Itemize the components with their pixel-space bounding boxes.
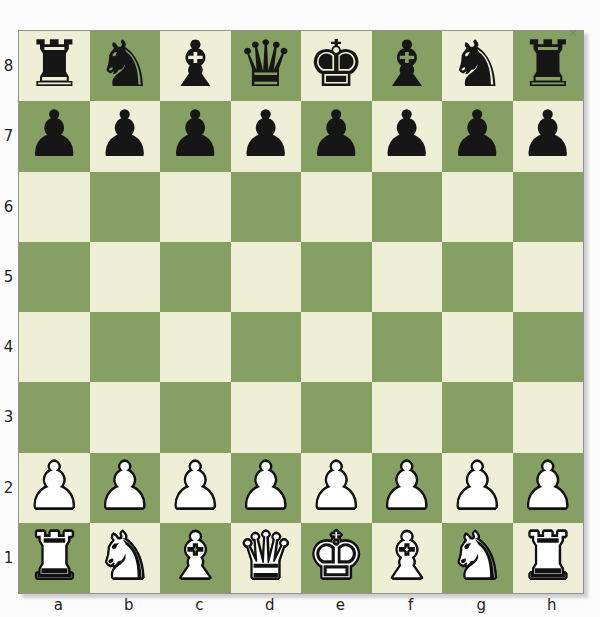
white-pawn[interactable]: ♟ — [26, 454, 83, 518]
file-label-a: a — [19, 594, 90, 616]
square-h1[interactable]: ♜ — [513, 523, 584, 593]
square-b8[interactable]: ♞ — [90, 31, 161, 101]
square-h6[interactable] — [513, 172, 584, 242]
white-queen[interactable]: ♛ — [237, 524, 294, 588]
square-e4[interactable] — [301, 312, 372, 382]
black-knight[interactable]: ♞ — [449, 32, 506, 96]
square-d8[interactable]: ♛ — [231, 31, 302, 101]
file-label-c: c — [160, 594, 231, 616]
square-b2[interactable]: ♟ — [90, 453, 161, 523]
square-c2[interactable]: ♟ — [160, 453, 231, 523]
chess-board[interactable]: ♜♞♝♛♚♝♞♜♟♟♟♟♟♟♟♟♟♟♟♟♟♟♟♟♜♞♝♛♚♝♞♜ — [18, 30, 584, 594]
white-pawn[interactable]: ♟ — [308, 454, 365, 518]
white-pawn[interactable]: ♟ — [449, 454, 506, 518]
square-e6[interactable] — [301, 172, 372, 242]
square-a4[interactable] — [19, 312, 90, 382]
file-label-g: g — [442, 594, 513, 616]
square-f5[interactable] — [372, 242, 443, 312]
square-c7[interactable]: ♟ — [160, 101, 231, 171]
white-knight[interactable]: ♞ — [96, 524, 153, 588]
black-pawn[interactable]: ♟ — [26, 102, 83, 166]
black-queen[interactable]: ♛ — [237, 32, 294, 96]
square-a6[interactable] — [19, 172, 90, 242]
chess-app-screen: 87654321 ♜♞♝♛♚♝♞♜♟♟♟♟♟♟♟♟♟♟♟♟♟♟♟♟♜♞♝♛♚♝♞… — [0, 0, 600, 617]
black-bishop[interactable]: ♝ — [378, 32, 435, 96]
rank-label-8: 8 — [0, 31, 17, 101]
rank-label-7: 7 — [0, 101, 17, 171]
white-bishop[interactable]: ♝ — [378, 524, 435, 588]
rank-label-6: 6 — [0, 172, 17, 242]
rank-label-1: 1 — [0, 523, 17, 593]
square-c1[interactable]: ♝ — [160, 523, 231, 593]
file-label-e: e — [301, 594, 372, 616]
square-c8[interactable]: ♝ — [160, 31, 231, 101]
square-a8[interactable]: ♜ — [19, 31, 90, 101]
black-rook[interactable]: ♜ — [26, 32, 83, 96]
square-b7[interactable]: ♟ — [90, 101, 161, 171]
square-f4[interactable] — [372, 312, 443, 382]
white-pawn[interactable]: ♟ — [519, 454, 576, 518]
white-pawn[interactable]: ♟ — [378, 454, 435, 518]
square-e1[interactable]: ♚ — [301, 523, 372, 593]
square-f8[interactable]: ♝ — [372, 31, 443, 101]
square-g4[interactable] — [442, 312, 513, 382]
square-h5[interactable] — [513, 242, 584, 312]
file-label-b: b — [90, 594, 161, 616]
file-label-h: h — [513, 594, 584, 616]
square-f2[interactable]: ♟ — [372, 453, 443, 523]
black-rook[interactable]: ♜ — [519, 32, 576, 96]
square-e2[interactable]: ♟ — [301, 453, 372, 523]
square-e5[interactable] — [301, 242, 372, 312]
square-d1[interactable]: ♛ — [231, 523, 302, 593]
square-c3[interactable] — [160, 382, 231, 452]
black-pawn[interactable]: ♟ — [96, 102, 153, 166]
square-g1[interactable]: ♞ — [442, 523, 513, 593]
square-g2[interactable]: ♟ — [442, 453, 513, 523]
rank-labels: 87654321 — [0, 31, 17, 593]
file-labels: abcdefgh — [19, 594, 583, 616]
square-e8[interactable]: ♚ — [301, 31, 372, 101]
square-g6[interactable] — [442, 172, 513, 242]
square-d2[interactable]: ♟ — [231, 453, 302, 523]
square-b5[interactable] — [90, 242, 161, 312]
square-b4[interactable] — [90, 312, 161, 382]
square-b1[interactable]: ♞ — [90, 523, 161, 593]
black-bishop[interactable]: ♝ — [167, 32, 224, 96]
square-c6[interactable] — [160, 172, 231, 242]
square-f1[interactable]: ♝ — [372, 523, 443, 593]
square-b6[interactable] — [90, 172, 161, 242]
white-king[interactable]: ♚ — [308, 524, 365, 588]
black-king[interactable]: ♚ — [308, 32, 365, 96]
white-knight[interactable]: ♞ — [449, 524, 506, 588]
square-e3[interactable] — [301, 382, 372, 452]
square-h4[interactable] — [513, 312, 584, 382]
square-a3[interactable] — [19, 382, 90, 452]
black-pawn[interactable]: ♟ — [378, 102, 435, 166]
square-d3[interactable] — [231, 382, 302, 452]
square-h7[interactable]: ♟ — [513, 101, 584, 171]
square-h8[interactable]: ♜ — [513, 31, 584, 101]
white-pawn[interactable]: ♟ — [167, 454, 224, 518]
square-d6[interactable] — [231, 172, 302, 242]
square-g8[interactable]: ♞ — [442, 31, 513, 101]
square-d5[interactable] — [231, 242, 302, 312]
square-f7[interactable]: ♟ — [372, 101, 443, 171]
square-g5[interactable] — [442, 242, 513, 312]
rank-label-3: 3 — [0, 382, 17, 452]
black-pawn[interactable]: ♟ — [167, 102, 224, 166]
square-g3[interactable] — [442, 382, 513, 452]
black-pawn[interactable]: ♟ — [449, 102, 506, 166]
square-a5[interactable] — [19, 242, 90, 312]
white-bishop[interactable]: ♝ — [167, 524, 224, 588]
file-label-f: f — [372, 594, 443, 616]
square-c4[interactable] — [160, 312, 231, 382]
white-pawn[interactable]: ♟ — [237, 454, 294, 518]
white-pawn[interactable]: ♟ — [96, 454, 153, 518]
black-pawn[interactable]: ♟ — [519, 102, 576, 166]
square-f6[interactable] — [372, 172, 443, 242]
square-h2[interactable]: ♟ — [513, 453, 584, 523]
square-a1[interactable]: ♜ — [19, 523, 90, 593]
square-e7[interactable]: ♟ — [301, 101, 372, 171]
white-rook[interactable]: ♜ — [519, 524, 576, 588]
square-c5[interactable] — [160, 242, 231, 312]
square-f3[interactable] — [372, 382, 443, 452]
square-a7[interactable]: ♟ — [19, 101, 90, 171]
black-knight[interactable]: ♞ — [96, 32, 153, 96]
rank-label-2: 2 — [0, 453, 17, 523]
file-label-d: d — [231, 594, 302, 616]
square-h3[interactable] — [513, 382, 584, 452]
black-pawn[interactable]: ♟ — [237, 102, 294, 166]
square-b3[interactable] — [90, 382, 161, 452]
white-rook[interactable]: ♜ — [26, 524, 83, 588]
square-d4[interactable] — [231, 312, 302, 382]
square-d7[interactable]: ♟ — [231, 101, 302, 171]
square-g7[interactable]: ♟ — [442, 101, 513, 171]
square-a2[interactable]: ♟ — [19, 453, 90, 523]
black-pawn[interactable]: ♟ — [308, 102, 365, 166]
rank-label-5: 5 — [0, 242, 17, 312]
rank-label-4: 4 — [0, 312, 17, 382]
